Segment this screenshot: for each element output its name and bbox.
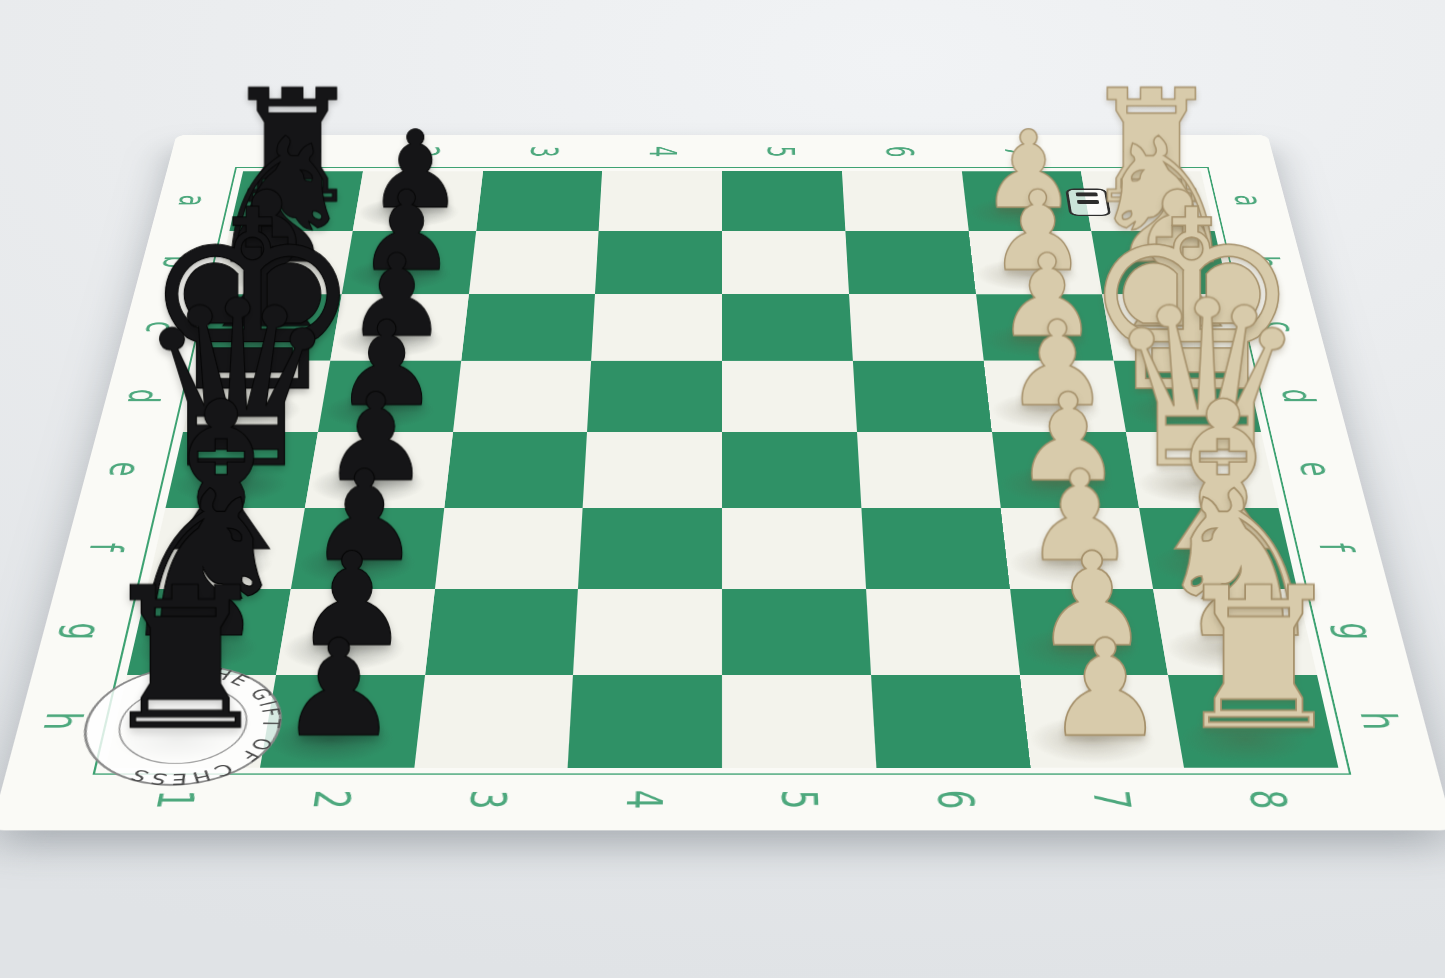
square-e4[interactable] (583, 432, 722, 508)
coord-label-bottom-6: 6 (934, 786, 978, 812)
coord-label-bottom-2: 2 (309, 786, 354, 812)
square-h5[interactable] (722, 675, 876, 768)
square-h6[interactable] (871, 675, 1030, 768)
square-f3[interactable] (434, 508, 582, 589)
square-h8[interactable]: ♜ (1168, 675, 1338, 768)
square-g4[interactable] (573, 589, 722, 675)
square-g6[interactable] (866, 589, 1020, 675)
square-f6[interactable] (861, 508, 1009, 589)
chess-mat: ♜♟♟♜♞♟♟♞♝♟♟♝♚♟♟♚♛♟♟♛♝♟♟♝♞♟♟♞♜♟♟♜ THE GIF… (0, 135, 1445, 831)
square-f5[interactable] (722, 508, 866, 589)
square-h2[interactable]: ♟ (260, 675, 425, 768)
square-f4[interactable] (578, 508, 722, 589)
chess-board: ♜♟♟♜♞♟♟♞♝♟♟♝♚♟♟♚♛♟♟♛♝♟♟♝♞♟♟♞♜♟♟♜ (106, 171, 1339, 768)
coord-label-bottom-5: 5 (779, 786, 821, 812)
piece-black-pawn-h2[interactable]: ♟ (279, 625, 399, 752)
coord-label-left-h: h (39, 708, 86, 733)
coord-label-right-h: h (1356, 708, 1403, 733)
coord-label-bottom-3: 3 (466, 786, 510, 812)
square-d6[interactable] (853, 361, 992, 432)
square-g5[interactable] (722, 589, 871, 675)
square-c5[interactable] (722, 294, 853, 361)
coord-label-bottom-1: 1 (153, 786, 200, 812)
square-d3[interactable] (453, 361, 592, 432)
square-g3[interactable] (424, 589, 578, 675)
square-c4[interactable] (591, 294, 722, 361)
coord-label-top-3: 3 (528, 144, 561, 159)
coord-label-top-5: 5 (765, 144, 797, 159)
square-d5[interactable] (722, 361, 857, 432)
coord-label-top-6: 6 (883, 144, 916, 159)
square-c3[interactable] (461, 294, 596, 361)
square-e3[interactable] (444, 432, 587, 508)
coord-label-top-4: 4 (647, 144, 679, 159)
square-d4[interactable] (587, 361, 722, 432)
square-b3[interactable] (468, 231, 598, 294)
piece-white-pawn-h7[interactable]: ♟ (1045, 625, 1165, 752)
square-a5[interactable] (722, 171, 845, 231)
piece-white-rook-h8[interactable]: ♜ (1171, 567, 1346, 753)
square-h3[interactable] (414, 675, 573, 768)
square-h7[interactable]: ♟ (1020, 675, 1185, 768)
coord-label-bottom-4: 4 (623, 786, 665, 812)
square-a3[interactable] (476, 171, 603, 231)
coord-label-bottom-7: 7 (1089, 786, 1134, 812)
square-b5[interactable] (722, 231, 849, 294)
square-b4[interactable] (595, 231, 722, 294)
coord-label-bottom-8: 8 (1244, 786, 1291, 812)
square-a6[interactable] (842, 171, 969, 231)
square-c6[interactable] (849, 294, 984, 361)
square-b6[interactable] (845, 231, 975, 294)
backdrop: ♜♟♟♜♞♟♟♞♝♟♟♝♚♟♟♚♛♟♟♛♝♟♟♝♞♟♟♞♜♟♟♜ THE GIF… (0, 0, 1445, 978)
square-h1[interactable]: ♜ (106, 675, 276, 768)
square-e5[interactable] (722, 432, 861, 508)
piece-black-rook-h1[interactable]: ♜ (98, 567, 273, 753)
square-e6[interactable] (857, 432, 1000, 508)
square-h4[interactable] (568, 675, 722, 768)
square-a4[interactable] (599, 171, 722, 231)
